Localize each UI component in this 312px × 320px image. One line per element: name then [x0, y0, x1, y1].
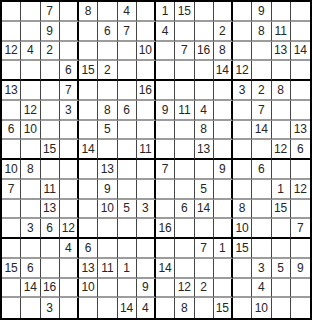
cell-r8c2[interactable] [21, 140, 40, 160]
cell-r11c9[interactable] [156, 200, 175, 220]
cell-r4c3[interactable] [41, 61, 60, 81]
cell-r6c7[interactable]: 6 [118, 101, 137, 121]
cell-r12c9[interactable]: 16 [156, 219, 175, 239]
cell-r3c16[interactable]: 14 [291, 42, 310, 62]
cell-r16c14[interactable]: 10 [252, 298, 271, 318]
cell-r8c9[interactable] [156, 140, 175, 160]
cell-r5c10[interactable] [175, 81, 194, 101]
cell-r6c10[interactable]: 11 [175, 101, 194, 121]
cell-r3c1[interactable]: 12 [2, 42, 21, 62]
cell-r3c11[interactable]: 16 [195, 42, 214, 62]
cell-r10c4[interactable] [60, 180, 79, 200]
cell-r11c10[interactable]: 6 [175, 200, 194, 220]
cell-r7c1[interactable]: 6 [2, 121, 21, 141]
cell-r9c2[interactable]: 8 [21, 160, 40, 180]
cell-r5c3[interactable] [41, 81, 60, 101]
cell-r4c10[interactable] [175, 61, 194, 81]
cell-r11c3[interactable]: 13 [41, 200, 60, 220]
cell-r4c2[interactable] [21, 61, 40, 81]
cell-r9c1[interactable]: 10 [2, 160, 21, 180]
cell-r14c11[interactable] [195, 259, 214, 279]
cell-r6c13[interactable] [233, 101, 252, 121]
cell-r1c1[interactable] [2, 2, 21, 22]
cell-r10c10[interactable] [175, 180, 194, 200]
cell-r1c5[interactable]: 8 [79, 2, 98, 22]
cell-r5c12[interactable] [214, 81, 233, 101]
cell-r15c5[interactable]: 10 [79, 279, 98, 299]
cell-r2c12[interactable]: 2 [214, 22, 233, 42]
cell-r12c8[interactable] [137, 219, 156, 239]
cell-r13c8[interactable] [137, 239, 156, 259]
cell-r13c13[interactable]: 15 [233, 239, 252, 259]
cell-r2c14[interactable]: 8 [252, 22, 271, 42]
cell-r8c5[interactable]: 14 [79, 140, 98, 160]
cell-r8c1[interactable] [2, 140, 21, 160]
cell-r14c12[interactable] [214, 259, 233, 279]
cell-r5c6[interactable] [98, 81, 117, 101]
cell-r7c16[interactable]: 13 [291, 121, 310, 141]
cell-r3c7[interactable] [118, 42, 137, 62]
cell-r16c2[interactable] [21, 298, 40, 318]
cell-r13c1[interactable] [2, 239, 21, 259]
cell-r12c14[interactable] [252, 219, 271, 239]
cell-r11c12[interactable] [214, 200, 233, 220]
cell-r12c4[interactable]: 12 [60, 219, 79, 239]
cell-r2c15[interactable]: 11 [272, 22, 291, 42]
cell-r9c13[interactable] [233, 160, 252, 180]
cell-r6c15[interactable] [272, 101, 291, 121]
cell-r8c4[interactable] [60, 140, 79, 160]
cell-r13c5[interactable]: 6 [79, 239, 98, 259]
cell-r9c11[interactable] [195, 160, 214, 180]
cell-r16c13[interactable] [233, 298, 252, 318]
cell-r8c14[interactable] [252, 140, 271, 160]
cell-r8c7[interactable] [118, 140, 137, 160]
cell-r13c7[interactable] [118, 239, 137, 259]
cell-r16c11[interactable] [195, 298, 214, 318]
cell-r4c12[interactable]: 14 [214, 61, 233, 81]
cell-r14c7[interactable]: 1 [118, 259, 137, 279]
cell-r2c16[interactable] [291, 22, 310, 42]
cell-r6c9[interactable]: 9 [156, 101, 175, 121]
cell-r2c5[interactable] [79, 22, 98, 42]
cell-r11c6[interactable]: 10 [98, 200, 117, 220]
cell-r12c7[interactable] [118, 219, 137, 239]
cell-r10c8[interactable] [137, 180, 156, 200]
cell-r3c14[interactable] [252, 42, 271, 62]
cell-r14c15[interactable]: 5 [272, 259, 291, 279]
cell-r13c6[interactable] [98, 239, 117, 259]
cell-r16c12[interactable]: 15 [214, 298, 233, 318]
cell-r14c9[interactable]: 14 [156, 259, 175, 279]
cell-r1c16[interactable] [291, 2, 310, 22]
cell-r5c14[interactable]: 2 [252, 81, 271, 101]
cell-r5c16[interactable] [291, 81, 310, 101]
cell-r8c10[interactable] [175, 140, 194, 160]
cell-r2c2[interactable] [21, 22, 40, 42]
cell-r6c11[interactable]: 4 [195, 101, 214, 121]
cell-r16c9[interactable] [156, 298, 175, 318]
cell-r9c15[interactable] [272, 160, 291, 180]
cell-r15c14[interactable]: 4 [252, 279, 271, 299]
cell-r16c1[interactable] [2, 298, 21, 318]
cell-r3c12[interactable]: 8 [214, 42, 233, 62]
cell-r2c9[interactable]: 4 [156, 22, 175, 42]
cell-r4c7[interactable] [118, 61, 137, 81]
cell-r11c4[interactable] [60, 200, 79, 220]
cell-r12c12[interactable] [214, 219, 233, 239]
cell-r5c5[interactable] [79, 81, 98, 101]
cell-r13c14[interactable] [252, 239, 271, 259]
cell-r1c15[interactable] [272, 2, 291, 22]
cell-r10c16[interactable]: 12 [291, 180, 310, 200]
cell-r14c10[interactable] [175, 259, 194, 279]
cell-r7c10[interactable] [175, 121, 194, 141]
cell-r9c4[interactable] [60, 160, 79, 180]
cell-r7c12[interactable] [214, 121, 233, 141]
cell-r4c15[interactable] [272, 61, 291, 81]
cell-r6c2[interactable]: 12 [21, 101, 40, 121]
cell-r11c15[interactable]: 15 [272, 200, 291, 220]
cell-r11c13[interactable]: 8 [233, 200, 252, 220]
cell-r10c1[interactable]: 7 [2, 180, 21, 200]
cell-r16c16[interactable] [291, 298, 310, 318]
cell-r1c9[interactable]: 1 [156, 2, 175, 22]
cell-r2c1[interactable] [2, 22, 21, 42]
cell-r2c11[interactable] [195, 22, 214, 42]
cell-r14c3[interactable] [41, 259, 60, 279]
cell-r9c16[interactable] [291, 160, 310, 180]
cell-r7c9[interactable] [156, 121, 175, 141]
cell-r4c1[interactable] [2, 61, 21, 81]
cell-r9c5[interactable] [79, 160, 98, 180]
cell-r4c9[interactable] [156, 61, 175, 81]
cell-r1c8[interactable] [137, 2, 156, 22]
cell-r2c6[interactable]: 6 [98, 22, 117, 42]
cell-r7c3[interactable] [41, 121, 60, 141]
cell-r15c7[interactable] [118, 279, 137, 299]
cell-r1c4[interactable] [60, 2, 79, 22]
cell-r10c7[interactable] [118, 180, 137, 200]
cell-r6c5[interactable] [79, 101, 98, 121]
cell-r9c8[interactable] [137, 160, 156, 180]
cell-r5c2[interactable] [21, 81, 40, 101]
cell-r10c14[interactable] [252, 180, 271, 200]
cell-r15c8[interactable]: 9 [137, 279, 156, 299]
cell-r2c7[interactable]: 7 [118, 22, 137, 42]
cell-r14c6[interactable]: 11 [98, 259, 117, 279]
cell-r1c10[interactable]: 15 [175, 2, 194, 22]
cell-r14c2[interactable]: 6 [21, 259, 40, 279]
cell-r1c12[interactable] [214, 2, 233, 22]
cell-r10c13[interactable] [233, 180, 252, 200]
cell-r1c3[interactable]: 7 [41, 2, 60, 22]
cell-r13c4[interactable]: 4 [60, 239, 79, 259]
cell-r16c7[interactable]: 14 [118, 298, 137, 318]
cell-r15c16[interactable] [291, 279, 310, 299]
cell-r10c6[interactable]: 9 [98, 180, 117, 200]
cell-r7c4[interactable] [60, 121, 79, 141]
cell-r7c13[interactable] [233, 121, 252, 141]
cell-r7c7[interactable] [118, 121, 137, 141]
cell-r13c11[interactable]: 7 [195, 239, 214, 259]
cell-r13c2[interactable] [21, 239, 40, 259]
cell-r15c3[interactable]: 16 [41, 279, 60, 299]
cell-r1c11[interactable] [195, 2, 214, 22]
cell-r3c3[interactable]: 2 [41, 42, 60, 62]
cell-r6c4[interactable]: 3 [60, 101, 79, 121]
cell-r12c11[interactable] [195, 219, 214, 239]
cell-r10c2[interactable] [21, 180, 40, 200]
cell-r5c7[interactable] [118, 81, 137, 101]
cell-r5c1[interactable]: 13 [2, 81, 21, 101]
cell-r6c1[interactable] [2, 101, 21, 121]
cell-r8c3[interactable]: 15 [41, 140, 60, 160]
cell-r3c15[interactable]: 13 [272, 42, 291, 62]
cell-r15c15[interactable] [272, 279, 291, 299]
cell-r12c3[interactable]: 6 [41, 219, 60, 239]
cell-r10c5[interactable] [79, 180, 98, 200]
cell-r14c5[interactable]: 13 [79, 259, 98, 279]
cell-r13c3[interactable] [41, 239, 60, 259]
cell-r4c5[interactable]: 15 [79, 61, 98, 81]
cell-r8c6[interactable] [98, 140, 117, 160]
cell-r5c4[interactable]: 7 [60, 81, 79, 101]
cell-r15c4[interactable] [60, 279, 79, 299]
cell-r4c14[interactable] [252, 61, 271, 81]
cell-r15c13[interactable] [233, 279, 252, 299]
cell-r16c5[interactable] [79, 298, 98, 318]
cell-r11c14[interactable] [252, 200, 271, 220]
sudoku-board: 7841159967428111242107168131461521412137… [0, 0, 312, 320]
cell-r14c16[interactable]: 9 [291, 259, 310, 279]
cell-r4c6[interactable]: 2 [98, 61, 117, 81]
cell-r3c6[interactable] [98, 42, 117, 62]
cell-r12c10[interactable] [175, 219, 194, 239]
cell-r15c12[interactable] [214, 279, 233, 299]
cell-r1c7[interactable]: 4 [118, 2, 137, 22]
cell-r11c5[interactable] [79, 200, 98, 220]
cell-r13c16[interactable] [291, 239, 310, 259]
cell-r3c8[interactable]: 10 [137, 42, 156, 62]
cell-r14c4[interactable] [60, 259, 79, 279]
cell-r11c11[interactable]: 14 [195, 200, 214, 220]
cell-r13c10[interactable] [175, 239, 194, 259]
cell-r14c8[interactable] [137, 259, 156, 279]
cell-r16c10[interactable]: 8 [175, 298, 194, 318]
cell-r3c9[interactable] [156, 42, 175, 62]
cell-r3c13[interactable] [233, 42, 252, 62]
cell-r12c15[interactable] [272, 219, 291, 239]
cell-r6c14[interactable]: 7 [252, 101, 271, 121]
cell-r15c2[interactable]: 14 [21, 279, 40, 299]
cell-r5c13[interactable]: 3 [233, 81, 252, 101]
cell-r8c12[interactable] [214, 140, 233, 160]
cell-r9c12[interactable]: 9 [214, 160, 233, 180]
cell-r5c8[interactable]: 16 [137, 81, 156, 101]
cell-r9c6[interactable]: 13 [98, 160, 117, 180]
cell-r11c7[interactable]: 5 [118, 200, 137, 220]
cell-r6c16[interactable] [291, 101, 310, 121]
cell-r4c11[interactable] [195, 61, 214, 81]
cell-r3c2[interactable]: 4 [21, 42, 40, 62]
cell-r7c15[interactable] [272, 121, 291, 141]
cell-r2c8[interactable] [137, 22, 156, 42]
cell-r1c14[interactable]: 9 [252, 2, 271, 22]
cell-r7c14[interactable]: 14 [252, 121, 271, 141]
cell-r9c9[interactable]: 7 [156, 160, 175, 180]
cell-r13c9[interactable] [156, 239, 175, 259]
cell-r1c2[interactable] [21, 2, 40, 22]
cell-r8c15[interactable]: 12 [272, 140, 291, 160]
cell-r10c15[interactable]: 1 [272, 180, 291, 200]
cell-r8c8[interactable]: 11 [137, 140, 156, 160]
cell-r12c2[interactable]: 3 [21, 219, 40, 239]
cell-r2c3[interactable]: 9 [41, 22, 60, 42]
cell-r13c12[interactable]: 1 [214, 239, 233, 259]
cell-r14c14[interactable]: 3 [252, 259, 271, 279]
cell-r14c1[interactable]: 15 [2, 259, 21, 279]
cell-r4c16[interactable] [291, 61, 310, 81]
cell-r16c15[interactable] [272, 298, 291, 318]
cell-r5c9[interactable] [156, 81, 175, 101]
cell-r15c11[interactable]: 2 [195, 279, 214, 299]
cell-r2c13[interactable] [233, 22, 252, 42]
cell-r13c15[interactable] [272, 239, 291, 259]
cell-r11c2[interactable] [21, 200, 40, 220]
cell-r6c6[interactable]: 8 [98, 101, 117, 121]
cell-r12c13[interactable]: 10 [233, 219, 252, 239]
cell-r7c8[interactable] [137, 121, 156, 141]
cell-r9c7[interactable] [118, 160, 137, 180]
cell-r15c6[interactable] [98, 279, 117, 299]
cell-r6c8[interactable] [137, 101, 156, 121]
cell-r3c5[interactable] [79, 42, 98, 62]
cell-r10c12[interactable] [214, 180, 233, 200]
cell-r7c2[interactable]: 10 [21, 121, 40, 141]
cell-r9c3[interactable] [41, 160, 60, 180]
cell-r9c10[interactable] [175, 160, 194, 180]
cell-r6c12[interactable] [214, 101, 233, 121]
cell-r15c9[interactable] [156, 279, 175, 299]
cell-r1c13[interactable] [233, 2, 252, 22]
cell-r11c1[interactable] [2, 200, 21, 220]
cell-r5c11[interactable] [195, 81, 214, 101]
cell-r16c6[interactable] [98, 298, 117, 318]
cell-r4c4[interactable]: 6 [60, 61, 79, 81]
cell-r5c15[interactable]: 8 [272, 81, 291, 101]
cell-r16c8[interactable]: 4 [137, 298, 156, 318]
cell-r1c6[interactable] [98, 2, 117, 22]
cell-r12c1[interactable] [2, 219, 21, 239]
cell-r11c8[interactable]: 3 [137, 200, 156, 220]
cell-r15c1[interactable] [2, 279, 21, 299]
cell-r15c10[interactable]: 12 [175, 279, 194, 299]
cell-r4c8[interactable] [137, 61, 156, 81]
cell-r11c16[interactable] [291, 200, 310, 220]
cell-r7c11[interactable]: 8 [195, 121, 214, 141]
cell-r4c13[interactable]: 12 [233, 61, 252, 81]
cell-r10c3[interactable]: 11 [41, 180, 60, 200]
cell-r2c10[interactable] [175, 22, 194, 42]
cell-r9c14[interactable]: 6 [252, 160, 271, 180]
cell-r3c10[interactable]: 7 [175, 42, 194, 62]
cell-r12c6[interactable] [98, 219, 117, 239]
cell-r8c13[interactable] [233, 140, 252, 160]
cell-r3c4[interactable] [60, 42, 79, 62]
cell-r7c5[interactable] [79, 121, 98, 141]
cell-r10c9[interactable] [156, 180, 175, 200]
cell-r16c3[interactable]: 3 [41, 298, 60, 318]
cell-r14c13[interactable] [233, 259, 252, 279]
cell-r8c16[interactable]: 6 [291, 140, 310, 160]
cell-r10c11[interactable]: 5 [195, 180, 214, 200]
cell-r12c5[interactable] [79, 219, 98, 239]
cell-r16c4[interactable] [60, 298, 79, 318]
cell-r6c3[interactable] [41, 101, 60, 121]
cell-r7c6[interactable]: 5 [98, 121, 117, 141]
cell-r2c4[interactable] [60, 22, 79, 42]
cell-r12c16[interactable]: 7 [291, 219, 310, 239]
cell-r8c11[interactable]: 13 [195, 140, 214, 160]
